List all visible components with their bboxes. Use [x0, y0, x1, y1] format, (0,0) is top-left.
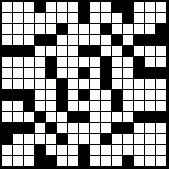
- white-cell[interactable]: [2, 2, 13, 13]
- black-cell: [112, 2, 123, 13]
- white-cell[interactable]: [145, 2, 156, 13]
- white-cell[interactable]: [46, 24, 57, 35]
- black-cell: [112, 90, 123, 101]
- white-cell[interactable]: [57, 123, 68, 134]
- black-cell: [134, 35, 145, 46]
- white-cell[interactable]: [90, 123, 101, 134]
- white-cell[interactable]: [90, 156, 101, 167]
- white-cell[interactable]: [57, 2, 68, 13]
- white-cell[interactable]: [68, 13, 79, 24]
- white-cell[interactable]: [123, 35, 134, 46]
- white-cell[interactable]: [156, 134, 167, 145]
- black-cell: [13, 46, 24, 57]
- white-cell[interactable]: [101, 2, 112, 13]
- white-cell[interactable]: [134, 123, 145, 134]
- white-cell[interactable]: [123, 24, 134, 35]
- white-cell[interactable]: [46, 112, 57, 123]
- white-cell[interactable]: [2, 156, 13, 167]
- black-cell: [123, 156, 134, 167]
- white-cell[interactable]: [90, 134, 101, 145]
- white-cell[interactable]: [46, 13, 57, 24]
- white-cell[interactable]: [101, 112, 112, 123]
- white-cell[interactable]: [79, 134, 90, 145]
- black-cell: [46, 57, 57, 68]
- white-cell[interactable]: [68, 35, 79, 46]
- black-cell: [156, 68, 167, 79]
- white-cell[interactable]: [134, 46, 145, 57]
- black-cell: [46, 156, 57, 167]
- white-cell[interactable]: [90, 2, 101, 13]
- black-cell: [134, 112, 145, 123]
- white-cell[interactable]: [145, 46, 156, 57]
- black-cell: [90, 46, 101, 57]
- white-cell[interactable]: [2, 68, 13, 79]
- white-cell[interactable]: [46, 101, 57, 112]
- white-cell[interactable]: [90, 145, 101, 156]
- black-cell: [79, 112, 90, 123]
- white-cell[interactable]: [101, 156, 112, 167]
- black-cell: [101, 68, 112, 79]
- white-cell[interactable]: [57, 145, 68, 156]
- white-cell[interactable]: [2, 79, 13, 90]
- white-cell[interactable]: [101, 101, 112, 112]
- white-cell[interactable]: [46, 46, 57, 57]
- black-cell: [57, 101, 68, 112]
- black-cell: [156, 112, 167, 123]
- black-cell: [134, 68, 145, 79]
- white-cell[interactable]: [90, 68, 101, 79]
- black-cell: [35, 156, 46, 167]
- white-cell[interactable]: [68, 2, 79, 13]
- white-cell[interactable]: [156, 13, 167, 24]
- white-cell[interactable]: [57, 13, 68, 24]
- black-cell: [57, 24, 68, 35]
- white-cell[interactable]: [68, 101, 79, 112]
- white-cell[interactable]: [35, 79, 46, 90]
- white-cell[interactable]: [57, 68, 68, 79]
- white-cell[interactable]: [112, 24, 123, 35]
- white-cell[interactable]: [90, 35, 101, 46]
- white-cell[interactable]: [134, 134, 145, 145]
- white-cell[interactable]: [13, 112, 24, 123]
- white-cell[interactable]: [134, 2, 145, 13]
- black-cell: [79, 2, 90, 13]
- white-cell[interactable]: [46, 2, 57, 13]
- white-cell[interactable]: [24, 57, 35, 68]
- black-cell: [57, 90, 68, 101]
- white-cell[interactable]: [68, 79, 79, 90]
- white-cell[interactable]: [79, 24, 90, 35]
- black-cell: [101, 134, 112, 145]
- white-cell[interactable]: [2, 35, 13, 46]
- white-cell[interactable]: [13, 134, 24, 145]
- white-cell[interactable]: [112, 134, 123, 145]
- white-cell[interactable]: [46, 79, 57, 90]
- black-cell: [24, 123, 35, 134]
- white-cell[interactable]: [2, 57, 13, 68]
- black-cell: [123, 13, 134, 24]
- black-cell: [79, 68, 90, 79]
- black-cell: [101, 57, 112, 68]
- white-cell[interactable]: [156, 46, 167, 57]
- black-cell: [46, 35, 57, 46]
- black-cell: [123, 46, 134, 57]
- black-cell: [101, 79, 112, 90]
- white-cell[interactable]: [68, 57, 79, 68]
- white-cell[interactable]: [68, 123, 79, 134]
- crossword-puzzle: [0, 0, 169, 169]
- white-cell[interactable]: [123, 79, 134, 90]
- white-cell[interactable]: [145, 79, 156, 90]
- white-cell[interactable]: [24, 68, 35, 79]
- black-cell: [24, 46, 35, 57]
- white-cell[interactable]: [134, 156, 145, 167]
- black-cell: [35, 35, 46, 46]
- white-cell[interactable]: [90, 112, 101, 123]
- white-cell[interactable]: [46, 90, 57, 101]
- white-cell[interactable]: [2, 145, 13, 156]
- white-cell[interactable]: [156, 145, 167, 156]
- white-cell[interactable]: [24, 35, 35, 46]
- white-cell[interactable]: [24, 145, 35, 156]
- white-cell[interactable]: [68, 68, 79, 79]
- white-cell[interactable]: [123, 145, 134, 156]
- white-cell[interactable]: [145, 13, 156, 24]
- white-cell[interactable]: [46, 145, 57, 156]
- white-cell[interactable]: [13, 57, 24, 68]
- white-cell[interactable]: [112, 79, 123, 90]
- white-cell[interactable]: [13, 79, 24, 90]
- white-cell[interactable]: [156, 101, 167, 112]
- black-cell: [35, 2, 46, 13]
- white-cell[interactable]: [156, 123, 167, 134]
- white-cell[interactable]: [123, 112, 134, 123]
- black-cell: [68, 112, 79, 123]
- white-cell[interactable]: [35, 123, 46, 134]
- white-cell[interactable]: [35, 134, 46, 145]
- white-cell[interactable]: [156, 90, 167, 101]
- white-cell[interactable]: [123, 68, 134, 79]
- white-cell[interactable]: [101, 46, 112, 57]
- white-cell[interactable]: [68, 156, 79, 167]
- white-cell[interactable]: [101, 123, 112, 134]
- black-cell: [24, 90, 35, 101]
- white-cell[interactable]: [2, 101, 13, 112]
- black-cell: [35, 112, 46, 123]
- white-cell[interactable]: [35, 46, 46, 57]
- white-cell[interactable]: [145, 134, 156, 145]
- white-cell[interactable]: [112, 68, 123, 79]
- white-cell[interactable]: [134, 101, 145, 112]
- white-cell[interactable]: [101, 13, 112, 24]
- white-cell[interactable]: [112, 13, 123, 24]
- black-cell: [145, 68, 156, 79]
- white-cell[interactable]: [123, 101, 134, 112]
- black-cell: [2, 123, 13, 134]
- white-cell[interactable]: [13, 101, 24, 112]
- white-cell[interactable]: [123, 57, 134, 68]
- white-cell[interactable]: [79, 123, 90, 134]
- white-cell[interactable]: [35, 13, 46, 24]
- white-cell[interactable]: [13, 68, 24, 79]
- white-cell[interactable]: [35, 24, 46, 35]
- white-cell[interactable]: [68, 24, 79, 35]
- black-cell: [13, 90, 24, 101]
- white-cell[interactable]: [79, 79, 90, 90]
- white-cell[interactable]: [13, 156, 24, 167]
- white-cell[interactable]: [145, 101, 156, 112]
- black-cell: [79, 156, 90, 167]
- white-cell[interactable]: [90, 13, 101, 24]
- white-cell[interactable]: [24, 134, 35, 145]
- black-cell: [112, 101, 123, 112]
- white-cell[interactable]: [57, 112, 68, 123]
- white-cell[interactable]: [24, 112, 35, 123]
- white-cell[interactable]: [156, 79, 167, 90]
- black-cell: [79, 46, 90, 57]
- white-cell[interactable]: [145, 156, 156, 167]
- white-cell[interactable]: [24, 156, 35, 167]
- white-cell[interactable]: [2, 24, 13, 35]
- white-cell[interactable]: [35, 101, 46, 112]
- white-cell[interactable]: [145, 57, 156, 68]
- white-cell[interactable]: [156, 156, 167, 167]
- white-cell[interactable]: [90, 24, 101, 35]
- black-cell: [2, 46, 13, 57]
- white-cell[interactable]: [156, 57, 167, 68]
- white-cell[interactable]: [134, 13, 145, 24]
- black-cell: [101, 24, 112, 35]
- black-cell: [145, 35, 156, 46]
- black-cell: [2, 134, 13, 145]
- white-cell[interactable]: [24, 13, 35, 24]
- white-cell[interactable]: [123, 90, 134, 101]
- white-cell[interactable]: [79, 57, 90, 68]
- white-cell[interactable]: [101, 35, 112, 46]
- white-cell[interactable]: [134, 79, 145, 90]
- white-cell[interactable]: [57, 57, 68, 68]
- white-cell[interactable]: [68, 90, 79, 101]
- white-cell[interactable]: [2, 13, 13, 24]
- white-cell[interactable]: [134, 145, 145, 156]
- white-cell[interactable]: [145, 145, 156, 156]
- white-cell[interactable]: [79, 35, 90, 46]
- black-cell: [123, 123, 134, 134]
- white-cell[interactable]: [57, 46, 68, 57]
- white-cell[interactable]: [13, 24, 24, 35]
- white-cell[interactable]: [57, 156, 68, 167]
- white-cell[interactable]: [68, 46, 79, 57]
- white-cell[interactable]: [145, 123, 156, 134]
- white-cell[interactable]: [24, 2, 35, 13]
- white-cell[interactable]: [90, 90, 101, 101]
- white-cell[interactable]: [90, 57, 101, 68]
- white-cell[interactable]: [112, 57, 123, 68]
- black-cell: [2, 90, 13, 101]
- black-cell: [57, 134, 68, 145]
- white-cell[interactable]: [57, 35, 68, 46]
- black-cell: [24, 101, 35, 112]
- white-cell[interactable]: [79, 101, 90, 112]
- black-cell: [134, 57, 145, 68]
- white-cell[interactable]: [134, 90, 145, 101]
- black-cell: [79, 90, 90, 101]
- white-cell[interactable]: [24, 24, 35, 35]
- white-cell[interactable]: [90, 79, 101, 90]
- black-cell: [123, 2, 134, 13]
- black-cell: [79, 145, 90, 156]
- black-cell: [57, 79, 68, 90]
- black-cell: [46, 123, 57, 134]
- white-cell[interactable]: [13, 35, 24, 46]
- white-cell[interactable]: [112, 112, 123, 123]
- black-cell: [79, 13, 90, 24]
- white-cell[interactable]: [2, 112, 13, 123]
- white-cell[interactable]: [35, 57, 46, 68]
- white-cell[interactable]: [68, 145, 79, 156]
- black-cell: [145, 112, 156, 123]
- white-cell[interactable]: [145, 90, 156, 101]
- white-cell[interactable]: [112, 46, 123, 57]
- white-cell[interactable]: [13, 13, 24, 24]
- white-cell[interactable]: [24, 79, 35, 90]
- white-cell[interactable]: [90, 101, 101, 112]
- white-cell[interactable]: [134, 24, 145, 35]
- black-cell: [112, 35, 123, 46]
- white-cell[interactable]: [101, 145, 112, 156]
- white-cell[interactable]: [13, 145, 24, 156]
- white-cell[interactable]: [145, 24, 156, 35]
- white-cell[interactable]: [112, 156, 123, 167]
- black-cell: [46, 68, 57, 79]
- white-cell[interactable]: [35, 68, 46, 79]
- white-cell[interactable]: [123, 134, 134, 145]
- white-cell[interactable]: [35, 90, 46, 101]
- black-cell: [156, 35, 167, 46]
- white-cell[interactable]: [156, 2, 167, 13]
- white-cell[interactable]: [13, 2, 24, 13]
- black-cell: [35, 145, 46, 156]
- white-cell[interactable]: [68, 134, 79, 145]
- black-cell: [156, 24, 167, 35]
- crossword-board: [0, 0, 169, 169]
- black-cell: [112, 123, 123, 134]
- white-cell[interactable]: [112, 145, 123, 156]
- white-cell[interactable]: [46, 134, 57, 145]
- black-cell: [13, 123, 24, 134]
- white-cell[interactable]: [101, 90, 112, 101]
